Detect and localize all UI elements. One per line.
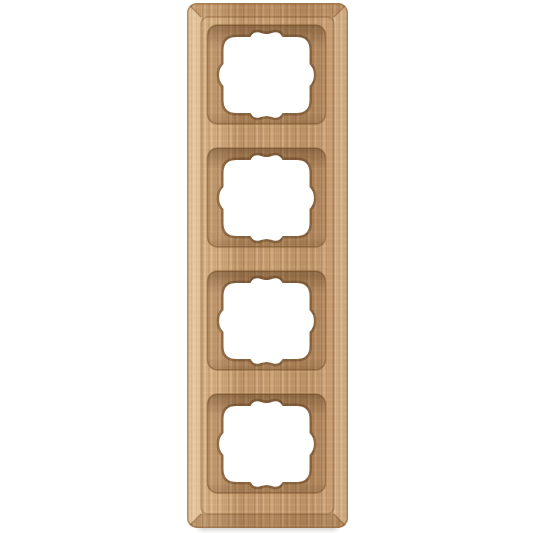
bevel-bottom-face <box>187 514 348 528</box>
bevel-right-face <box>334 3 348 528</box>
wood-frame <box>187 3 348 528</box>
frame-opening-1 <box>208 25 326 124</box>
bevel-left-face <box>187 3 201 528</box>
wooden-frame-photo <box>0 0 533 533</box>
opening-cutout <box>219 32 314 118</box>
bevel-top-face <box>187 3 348 17</box>
opening-cutout <box>219 401 314 487</box>
frame-opening-2 <box>208 148 326 247</box>
opening-cutout <box>219 155 314 241</box>
photo-stage <box>0 0 533 533</box>
frame-opening-4 <box>208 394 326 493</box>
frame-opening-3 <box>208 271 326 370</box>
opening-cutout <box>219 278 314 364</box>
